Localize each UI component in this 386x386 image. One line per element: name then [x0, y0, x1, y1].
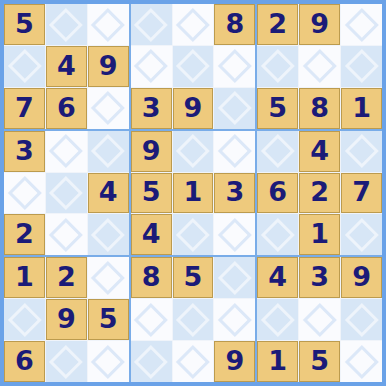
- given-digit: 4: [310, 137, 329, 164]
- given-digit: 3: [142, 94, 161, 121]
- cell-r4c9[interactable]: [341, 131, 382, 172]
- diamond-icon: [134, 8, 168, 42]
- cell-r4c7[interactable]: [257, 131, 298, 172]
- cell-r2c6[interactable]: [214, 46, 255, 87]
- cell-r1c4[interactable]: [131, 4, 172, 45]
- cell-r5c8: 2: [299, 173, 340, 214]
- diamond-icon: [50, 176, 84, 210]
- given-digit: 8: [225, 10, 244, 37]
- given-digit: 3: [225, 178, 244, 205]
- given-digit: 1: [268, 347, 287, 374]
- cell-r6c3[interactable]: [88, 214, 129, 255]
- given-digit: 9: [184, 94, 203, 121]
- cell-r6c1: 2: [4, 214, 45, 255]
- diamond-icon: [176, 303, 210, 337]
- given-digit: 2: [310, 178, 329, 205]
- cell-r2c3: 9: [88, 46, 129, 87]
- diamond-icon: [176, 218, 210, 252]
- cell-r8c2: 9: [46, 299, 87, 340]
- given-digit: 6: [268, 178, 287, 205]
- diamond-icon: [134, 303, 168, 337]
- given-digit: 3: [15, 137, 34, 164]
- diamond-icon: [345, 303, 379, 337]
- cell-r9c5[interactable]: [173, 341, 214, 382]
- cell-r9c3[interactable]: [88, 341, 129, 382]
- given-digit: 4: [142, 220, 161, 247]
- diamond-icon: [50, 8, 84, 42]
- cell-r3c2: 6: [46, 88, 87, 129]
- cell-r3c6[interactable]: [214, 88, 255, 129]
- diamond-icon: [345, 218, 379, 252]
- cell-r8c8[interactable]: [299, 299, 340, 340]
- box-5: 95134: [131, 131, 256, 256]
- cell-r4c1: 3: [4, 131, 45, 172]
- cell-r5c4: 5: [131, 173, 172, 214]
- cell-r4c8: 4: [299, 131, 340, 172]
- cell-r7c2: 2: [46, 257, 87, 298]
- cell-r1c5[interactable]: [173, 4, 214, 45]
- given-digit: 5: [310, 347, 329, 374]
- given-digit: 8: [310, 94, 329, 121]
- diamond-icon: [261, 50, 295, 84]
- cell-r3c7: 5: [257, 88, 298, 129]
- cell-r2c1[interactable]: [4, 46, 45, 87]
- given-digit: 1: [15, 263, 34, 290]
- given-digit: 3: [310, 263, 329, 290]
- given-digit: 4: [99, 178, 118, 205]
- given-digit: 8: [142, 263, 161, 290]
- cell-r4c2[interactable]: [46, 131, 87, 172]
- given-digit: 9: [142, 137, 161, 164]
- given-digit: 5: [99, 305, 118, 332]
- diamond-icon: [261, 303, 295, 337]
- cell-r9c1: 6: [4, 341, 45, 382]
- diamond-icon: [8, 303, 42, 337]
- diamond-icon: [218, 50, 252, 84]
- given-digit: 1: [352, 94, 371, 121]
- cell-r6c5[interactable]: [173, 214, 214, 255]
- given-digit: 5: [142, 178, 161, 205]
- cell-r9c2[interactable]: [46, 341, 87, 382]
- given-digit: 6: [57, 94, 76, 121]
- cell-r7c5: 5: [173, 257, 214, 298]
- given-digit: 9: [99, 52, 118, 79]
- cell-r8c6[interactable]: [214, 299, 255, 340]
- given-digit: 5: [184, 263, 203, 290]
- cell-r7c7: 4: [257, 257, 298, 298]
- cell-r5c6: 3: [214, 173, 255, 214]
- sudoku-board: 549768392958134295134462711295685943915: [0, 0, 386, 386]
- cell-r5c1[interactable]: [4, 173, 45, 214]
- cell-r8c5[interactable]: [173, 299, 214, 340]
- cell-r1c7: 2: [257, 4, 298, 45]
- given-digit: 9: [352, 263, 371, 290]
- diamond-icon: [218, 303, 252, 337]
- diamond-icon: [134, 345, 168, 379]
- given-digit: 1: [184, 178, 203, 205]
- cell-r2c4[interactable]: [131, 46, 172, 87]
- cell-r2c5[interactable]: [173, 46, 214, 87]
- cell-r8c9[interactable]: [341, 299, 382, 340]
- cell-r2c2: 4: [46, 46, 87, 87]
- given-digit: 9: [57, 305, 76, 332]
- cell-r9c4[interactable]: [131, 341, 172, 382]
- box-8: 859: [131, 257, 256, 382]
- cell-r3c9: 1: [341, 88, 382, 129]
- cell-r4c6[interactable]: [214, 131, 255, 172]
- diamond-icon: [303, 303, 337, 337]
- diamond-icon: [91, 345, 125, 379]
- cell-r1c3[interactable]: [88, 4, 129, 45]
- cell-r8c4[interactable]: [131, 299, 172, 340]
- cell-r9c8: 5: [299, 341, 340, 382]
- given-digit: 4: [268, 263, 287, 290]
- diamond-icon: [218, 134, 252, 168]
- cell-r1c6: 8: [214, 4, 255, 45]
- cell-r5c7: 6: [257, 173, 298, 214]
- given-digit: 5: [268, 94, 287, 121]
- diamond-icon: [134, 50, 168, 84]
- diamond-icon: [261, 218, 295, 252]
- box-1: 54976: [4, 4, 129, 129]
- diamond-icon: [50, 134, 84, 168]
- cell-r9c7: 1: [257, 341, 298, 382]
- diamond-icon: [91, 134, 125, 168]
- cell-r3c3[interactable]: [88, 88, 129, 129]
- diamond-icon: [218, 261, 252, 295]
- diamond-icon: [176, 345, 210, 379]
- cell-r4c3[interactable]: [88, 131, 129, 172]
- diamond-icon: [176, 134, 210, 168]
- box-9: 43915: [257, 257, 382, 382]
- cell-r6c8: 1: [299, 214, 340, 255]
- cell-r1c8: 9: [299, 4, 340, 45]
- cell-r3c8: 8: [299, 88, 340, 129]
- diamond-icon: [345, 50, 379, 84]
- cell-r6c6[interactable]: [214, 214, 255, 255]
- cell-r8c3: 5: [88, 299, 129, 340]
- cell-r5c3: 4: [88, 173, 129, 214]
- diamond-icon: [91, 8, 125, 42]
- diamond-icon: [176, 8, 210, 42]
- given-digit: 5: [15, 10, 34, 37]
- cell-r7c9: 9: [341, 257, 382, 298]
- diamond-icon: [8, 176, 42, 210]
- diamond-icon: [91, 261, 125, 295]
- given-digit: 6: [15, 347, 34, 374]
- given-digit: 2: [57, 263, 76, 290]
- cell-r6c4: 4: [131, 214, 172, 255]
- cell-r7c8: 3: [299, 257, 340, 298]
- diamond-icon: [345, 134, 379, 168]
- cell-r5c2[interactable]: [46, 173, 87, 214]
- cell-r3c1: 7: [4, 88, 45, 129]
- cell-r8c1[interactable]: [4, 299, 45, 340]
- cell-r8c7[interactable]: [257, 299, 298, 340]
- cell-r3c4: 3: [131, 88, 172, 129]
- given-digit: 9: [310, 10, 329, 37]
- cell-r7c3[interactable]: [88, 257, 129, 298]
- diamond-icon: [345, 345, 379, 379]
- given-digit: 7: [15, 94, 34, 121]
- cell-r5c5: 1: [173, 173, 214, 214]
- diamond-icon: [261, 134, 295, 168]
- diamond-icon: [218, 91, 252, 125]
- cell-r1c1: 5: [4, 4, 45, 45]
- given-digit: 7: [352, 178, 371, 205]
- cell-r6c2[interactable]: [46, 214, 87, 255]
- cell-r5c9: 7: [341, 173, 382, 214]
- cell-r3c5: 9: [173, 88, 214, 129]
- cell-r9c6: 9: [214, 341, 255, 382]
- given-digit: 2: [268, 10, 287, 37]
- given-digit: 9: [225, 347, 244, 374]
- box-3: 29581: [257, 4, 382, 129]
- box-4: 342: [4, 131, 129, 256]
- box-6: 46271: [257, 131, 382, 256]
- box-7: 12956: [4, 257, 129, 382]
- diamond-icon: [50, 218, 84, 252]
- given-digit: 1: [310, 220, 329, 247]
- diamond-icon: [91, 91, 125, 125]
- cell-r7c1: 1: [4, 257, 45, 298]
- diamond-icon: [176, 50, 210, 84]
- diamond-icon: [303, 50, 337, 84]
- cell-r7c6[interactable]: [214, 257, 255, 298]
- diamond-icon: [345, 8, 379, 42]
- cell-r9c9[interactable]: [341, 341, 382, 382]
- given-digit: 4: [57, 52, 76, 79]
- cell-r4c5[interactable]: [173, 131, 214, 172]
- cell-r1c2[interactable]: [46, 4, 87, 45]
- diamond-icon: [218, 218, 252, 252]
- cell-r6c7[interactable]: [257, 214, 298, 255]
- cell-r2c9[interactable]: [341, 46, 382, 87]
- diamond-icon: [8, 50, 42, 84]
- cell-r2c7[interactable]: [257, 46, 298, 87]
- cell-r2c8[interactable]: [299, 46, 340, 87]
- diamond-icon: [50, 345, 84, 379]
- cell-r1c9[interactable]: [341, 4, 382, 45]
- cell-r4c4: 9: [131, 131, 172, 172]
- given-digit: 2: [15, 220, 34, 247]
- box-2: 839: [131, 4, 256, 129]
- diamond-icon: [91, 218, 125, 252]
- cell-r6c9[interactable]: [341, 214, 382, 255]
- cell-r7c4: 8: [131, 257, 172, 298]
